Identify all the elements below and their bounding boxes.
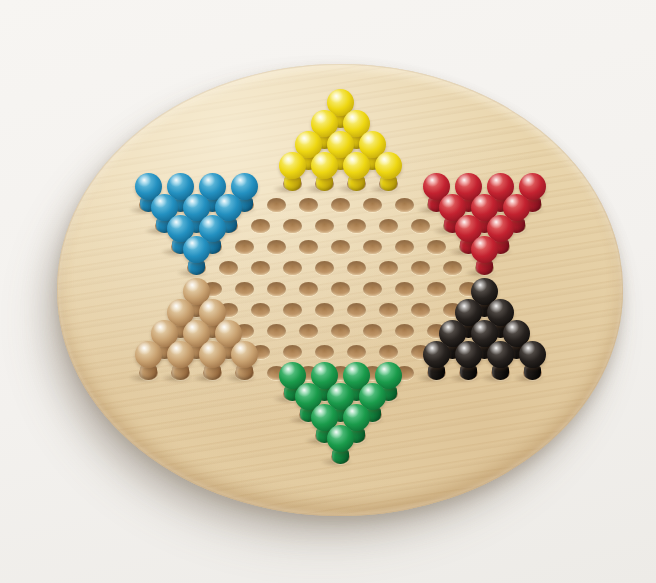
board-hole-empty[interactable]	[396, 194, 412, 215]
peg-natural[interactable]	[135, 341, 162, 380]
board-hole-empty[interactable]	[364, 320, 380, 341]
peg-head	[423, 341, 450, 368]
peg-head	[167, 341, 194, 368]
drilled-hole	[219, 261, 238, 275]
board-hole-empty[interactable]	[284, 341, 300, 362]
board-hole[interactable]	[316, 173, 332, 194]
board-hole-empty[interactable]	[300, 194, 316, 215]
peg-head	[343, 152, 370, 179]
board-hole-empty[interactable]	[284, 215, 300, 236]
chinese-checkers-board	[57, 64, 623, 516]
board-hole-empty[interactable]	[380, 299, 396, 320]
peg-natural[interactable]	[167, 341, 194, 380]
board-hole-empty[interactable]	[268, 194, 284, 215]
board-hole-empty[interactable]	[412, 215, 428, 236]
peg-head	[471, 236, 498, 263]
board-hole-empty[interactable]	[268, 320, 284, 341]
peg-red[interactable]	[471, 236, 498, 275]
board-hole[interactable]	[476, 257, 492, 278]
drilled-hole	[411, 303, 430, 317]
drilled-hole	[283, 261, 302, 275]
board-hole-empty[interactable]	[332, 194, 348, 215]
drilled-hole	[331, 282, 350, 296]
board-hole-empty[interactable]	[396, 236, 412, 257]
board-hole-empty[interactable]	[412, 257, 428, 278]
drilled-hole	[363, 282, 382, 296]
board-hole-empty[interactable]	[316, 341, 332, 362]
drilled-hole	[315, 219, 334, 233]
board-hole[interactable]	[428, 362, 444, 383]
drilled-hole	[299, 240, 318, 254]
drilled-hole	[363, 198, 382, 212]
board-hole[interactable]	[380, 173, 396, 194]
peg-head	[455, 341, 482, 368]
peg-yellow[interactable]	[311, 152, 338, 191]
peg-black[interactable]	[519, 341, 546, 380]
peg-natural[interactable]	[231, 341, 258, 380]
board-hole-empty[interactable]	[380, 215, 396, 236]
board-hole-empty[interactable]	[236, 236, 252, 257]
board-hole[interactable]	[348, 173, 364, 194]
peg-black[interactable]	[487, 341, 514, 380]
drilled-hole	[251, 219, 270, 233]
drilled-hole	[411, 261, 430, 275]
peg-head	[231, 341, 258, 368]
drilled-hole	[411, 219, 430, 233]
board-hole-empty[interactable]	[364, 194, 380, 215]
board-hole-empty[interactable]	[380, 341, 396, 362]
board-hole-empty[interactable]	[300, 236, 316, 257]
board-hole-empty[interactable]	[348, 257, 364, 278]
photo-background	[0, 0, 656, 583]
board-hole-empty[interactable]	[348, 299, 364, 320]
board-hole-empty[interactable]	[428, 236, 444, 257]
board-hole-empty[interactable]	[348, 341, 364, 362]
peg-head	[135, 341, 162, 368]
drilled-hole	[299, 324, 318, 338]
board-hole[interactable]	[188, 257, 204, 278]
board-hole-empty[interactable]	[364, 278, 380, 299]
board-hole-empty[interactable]	[268, 236, 284, 257]
drilled-hole	[395, 324, 414, 338]
board-hole-empty[interactable]	[316, 299, 332, 320]
drilled-hole	[315, 261, 334, 275]
peg-head	[327, 425, 354, 452]
board-hole-empty[interactable]	[220, 257, 236, 278]
drilled-hole	[395, 240, 414, 254]
drilled-hole	[315, 303, 334, 317]
peg-head	[279, 152, 306, 179]
drilled-hole	[443, 261, 462, 275]
peg-yellow[interactable]	[375, 152, 402, 191]
peg-head	[487, 341, 514, 368]
peg-head	[199, 341, 226, 368]
board-hole-empty[interactable]	[316, 215, 332, 236]
board-hole[interactable]	[460, 362, 476, 383]
board-hole-empty[interactable]	[428, 278, 444, 299]
peg-green[interactable]	[327, 425, 354, 464]
peg-yellow[interactable]	[279, 152, 306, 191]
drilled-hole	[331, 240, 350, 254]
board-hole[interactable]	[172, 362, 188, 383]
drilled-hole	[299, 198, 318, 212]
board-hole-empty[interactable]	[380, 257, 396, 278]
drilled-hole	[235, 282, 254, 296]
drilled-hole	[379, 261, 398, 275]
drilled-hole	[251, 303, 270, 317]
drilled-hole	[395, 198, 414, 212]
board-hole[interactable]	[332, 446, 348, 467]
board-hole-empty[interactable]	[444, 257, 460, 278]
drilled-hole	[267, 282, 286, 296]
board-hole[interactable]	[524, 362, 540, 383]
board-hole-empty[interactable]	[236, 278, 252, 299]
board-hole-empty[interactable]	[252, 257, 268, 278]
drilled-hole	[251, 261, 270, 275]
board-hole[interactable]	[204, 362, 220, 383]
drilled-hole	[267, 198, 286, 212]
drilled-hole	[331, 324, 350, 338]
drilled-hole	[347, 261, 366, 275]
drilled-hole	[379, 219, 398, 233]
peg-natural[interactable]	[199, 341, 226, 380]
drilled-hole	[363, 240, 382, 254]
peg-yellow[interactable]	[343, 152, 370, 191]
peg-black[interactable]	[455, 341, 482, 380]
drilled-hole	[283, 345, 302, 359]
board-hole-empty[interactable]	[332, 236, 348, 257]
drilled-hole	[363, 324, 382, 338]
drilled-hole	[267, 240, 286, 254]
board-hole-empty[interactable]	[396, 320, 412, 341]
drilled-hole	[331, 198, 350, 212]
board-hole-empty[interactable]	[332, 278, 348, 299]
drilled-hole	[299, 282, 318, 296]
board-hole-empty[interactable]	[252, 215, 268, 236]
board-hole-empty[interactable]	[284, 299, 300, 320]
board-hole-empty[interactable]	[300, 320, 316, 341]
peg-head	[519, 341, 546, 368]
hole-grid	[140, 110, 540, 467]
board-hole[interactable]	[236, 362, 252, 383]
drilled-hole	[395, 282, 414, 296]
peg-head	[311, 152, 338, 179]
drilled-hole	[235, 240, 254, 254]
drilled-hole	[283, 303, 302, 317]
board-hole-empty[interactable]	[348, 215, 364, 236]
board-hole[interactable]	[140, 362, 156, 383]
board-hole-empty[interactable]	[284, 257, 300, 278]
peg-head	[183, 236, 210, 263]
board-hole-empty[interactable]	[332, 320, 348, 341]
board-hole[interactable]	[492, 362, 508, 383]
drilled-hole	[379, 303, 398, 317]
board-hole-empty[interactable]	[268, 278, 284, 299]
drilled-hole	[267, 324, 286, 338]
board-hole-empty[interactable]	[300, 278, 316, 299]
drilled-hole	[347, 345, 366, 359]
drilled-hole	[347, 219, 366, 233]
board-hole[interactable]	[284, 173, 300, 194]
peg-black[interactable]	[423, 341, 450, 380]
peg-head	[375, 152, 402, 179]
drilled-hole	[379, 345, 398, 359]
board-hole-empty[interactable]	[396, 278, 412, 299]
board-hole-empty[interactable]	[252, 299, 268, 320]
drilled-hole	[315, 345, 334, 359]
peg-blue[interactable]	[183, 236, 210, 275]
board-hole-empty[interactable]	[364, 236, 380, 257]
drilled-hole	[283, 219, 302, 233]
drilled-hole	[347, 303, 366, 317]
drilled-hole	[427, 240, 446, 254]
board-hole-empty[interactable]	[316, 257, 332, 278]
drilled-hole	[427, 282, 446, 296]
board-hole-empty[interactable]	[412, 299, 428, 320]
